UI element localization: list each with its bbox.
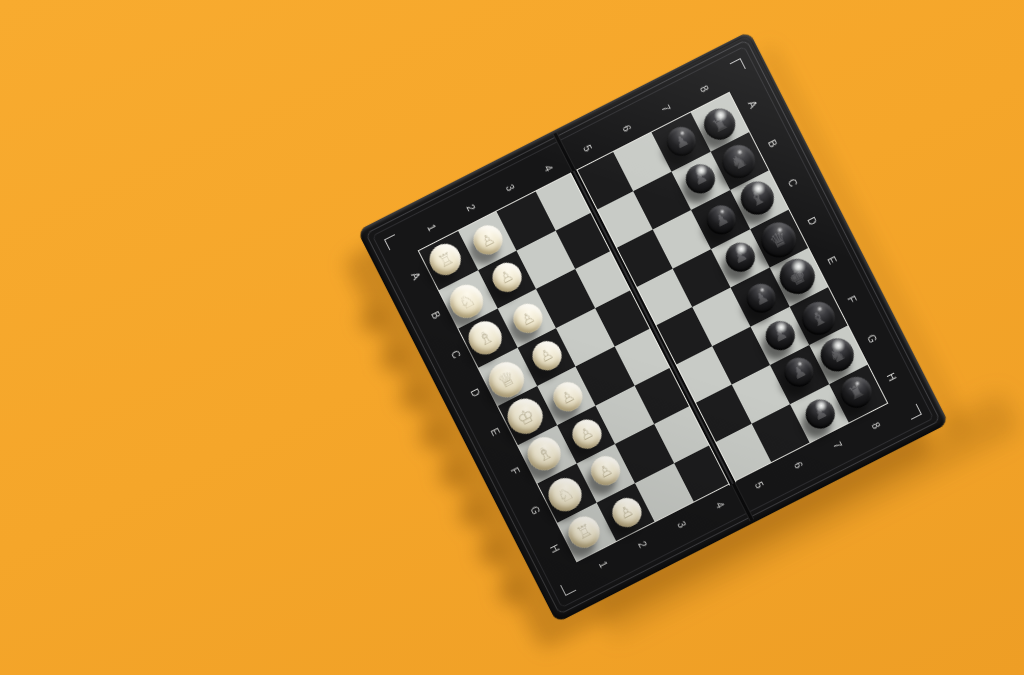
chess-board: 12345678 12345678 ABCDEFGH ABCDEFGH ♖♙♟♜… [357, 31, 949, 623]
white-piece-glyph: ♙ [537, 345, 557, 367]
black-piece-glyph: ♝ [745, 185, 769, 211]
white-piece-glyph: ♘ [553, 482, 577, 508]
black-piece-glyph: ♜ [708, 112, 731, 137]
piece-shadow-bump [393, 380, 429, 416]
piece-black-pawn-c7[interactable]: ♟ [702, 200, 741, 239]
piece-black-pawn-e7[interactable]: ♟ [742, 279, 781, 318]
piece-shadow-bump [472, 535, 508, 571]
scene: 12345678 12345678 ABCDEFGH ABCDEFGH ♖♙♟♜… [0, 0, 1024, 675]
piece-white-pawn-h2[interactable]: ♙ [607, 493, 646, 532]
corner-mark [730, 58, 746, 74]
piece-black-pawn-h7[interactable]: ♟ [801, 394, 840, 433]
corner-mark [906, 404, 922, 420]
white-piece-glyph: ♔ [513, 403, 538, 430]
corner-mark [384, 234, 400, 250]
white-piece-glyph: ♙ [518, 308, 538, 330]
black-piece-glyph: ♛ [766, 226, 791, 253]
piece-white-pawn-d2[interactable]: ♙ [527, 336, 566, 375]
black-piece-glyph: ♞ [726, 148, 750, 174]
piece-shadow-bump [373, 341, 409, 377]
piece-shadow-bump [452, 496, 488, 532]
black-piece-glyph: ♞ [825, 342, 849, 368]
piece-white-pawn-g2[interactable]: ♙ [586, 452, 625, 491]
white-piece-glyph: ♙ [577, 423, 597, 445]
piece-black-pawn-d7[interactable]: ♟ [721, 237, 760, 276]
piece-white-pawn-e2[interactable]: ♙ [548, 378, 587, 417]
black-piece-glyph: ♟ [690, 167, 710, 189]
black-piece-glyph: ♟ [789, 361, 809, 383]
piece-black-pawn-f7[interactable]: ♟ [761, 316, 800, 355]
white-piece-glyph: ♗ [532, 440, 556, 466]
piece-black-pawn-g7[interactable]: ♟ [780, 353, 819, 392]
piece-white-bishop-f1[interactable]: ♗ [522, 431, 566, 475]
white-piece-glyph: ♙ [497, 266, 517, 288]
corner-mark [560, 580, 576, 596]
white-piece-glyph: ♙ [558, 386, 578, 408]
piece-shadow-bump [354, 302, 390, 338]
white-piece-glyph: ♙ [478, 229, 498, 251]
piece-black-pawn-b7[interactable]: ♟ [681, 159, 720, 198]
black-piece-glyph: ♟ [810, 403, 830, 425]
piece-black-pawn-a7[interactable]: ♟ [662, 122, 701, 161]
black-piece-glyph: ♟ [770, 324, 790, 346]
black-piece-glyph: ♟ [712, 209, 732, 231]
piece-white-rook-a1[interactable]: ♖ [425, 239, 467, 281]
piece-black-rook-h8[interactable]: ♜ [835, 371, 877, 413]
white-piece-glyph: ♖ [573, 519, 596, 544]
piece-shadow-bump [413, 419, 449, 455]
piece-white-bishop-c1[interactable]: ♗ [463, 316, 507, 360]
white-piece-glyph: ♙ [616, 501, 636, 523]
black-piece-glyph: ♟ [751, 287, 771, 309]
piece-shadow-bump [433, 457, 469, 493]
black-piece-glyph: ♝ [806, 305, 830, 331]
black-piece-glyph: ♟ [730, 246, 750, 268]
white-piece-glyph: ♖ [434, 247, 457, 272]
piece-white-pawn-b2[interactable]: ♙ [487, 258, 526, 297]
piece-white-pawn-c2[interactable]: ♙ [508, 299, 547, 338]
piece-white-rook-h1[interactable]: ♖ [563, 511, 605, 553]
white-piece-glyph: ♙ [595, 460, 615, 482]
black-piece-glyph: ♟ [672, 130, 692, 152]
piece-white-pawn-f2[interactable]: ♙ [567, 415, 606, 454]
black-piece-glyph: ♜ [845, 380, 868, 405]
piece-white-pawn-a2[interactable]: ♙ [468, 221, 507, 260]
white-piece-glyph: ♗ [474, 325, 498, 351]
white-piece-glyph: ♕ [494, 366, 519, 393]
piece-black-bishop-c8[interactable]: ♝ [735, 176, 779, 220]
piece-shadow-bump [492, 574, 528, 610]
white-piece-glyph: ♘ [455, 288, 479, 314]
black-piece-glyph: ♚ [785, 263, 810, 290]
